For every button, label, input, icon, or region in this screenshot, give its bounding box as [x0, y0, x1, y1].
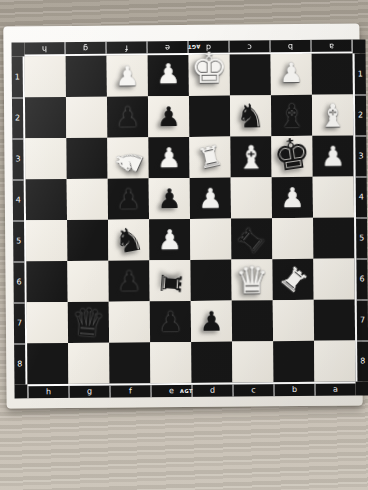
square-a4	[313, 177, 354, 218]
square-e3	[148, 137, 189, 178]
rank-label-7: 7	[357, 299, 368, 340]
square-b3	[271, 136, 312, 177]
file-label-a: a	[314, 384, 355, 396]
file-label-c: c	[229, 40, 270, 52]
square-e6	[149, 260, 190, 301]
chess-mat: AGT hgfedcba 12345678 ♟♟♚♟♟♟♞♝♝♞♟♜♝♚♟♟♟♟…	[3, 23, 362, 408]
square-b8	[273, 341, 314, 382]
square-d3	[189, 137, 230, 178]
square-d2	[189, 96, 230, 137]
square-e8	[150, 342, 191, 383]
file-label-f: f	[106, 41, 147, 53]
square-h5	[26, 220, 67, 261]
square-f1	[107, 55, 148, 96]
square-f8	[109, 342, 150, 383]
square-b1	[271, 54, 312, 95]
square-f5	[108, 219, 149, 260]
rank-label-7: 7	[14, 302, 25, 343]
square-h8	[27, 343, 68, 384]
file-label-h: h	[27, 386, 68, 398]
square-a1	[312, 54, 353, 95]
file-label-g: g	[65, 42, 106, 54]
border-corner	[355, 381, 368, 395]
square-g6	[67, 261, 108, 302]
square-c3	[230, 136, 271, 177]
rank-label-8: 8	[357, 340, 368, 381]
square-c4	[231, 177, 272, 218]
square-c7	[232, 300, 273, 341]
brand-logo-bottom: AGT	[180, 388, 193, 394]
file-label-d: d	[191, 385, 232, 397]
square-f7	[109, 301, 150, 342]
square-h3	[25, 138, 66, 179]
rank-label-2: 2	[355, 94, 366, 135]
rank-labels-right: 12345678	[353, 53, 368, 381]
square-g7	[68, 302, 109, 343]
border-corner	[14, 384, 27, 398]
square-a6	[313, 259, 354, 300]
square-c1	[230, 54, 271, 95]
rank-label-3: 3	[12, 138, 23, 179]
chess-board: AGT hgfedcba 12345678 ♟♟♚♟♟♟♞♝♝♞♟♜♝♚♟♟♟♟…	[11, 39, 368, 398]
border-corner	[352, 39, 365, 53]
square-h4	[26, 179, 67, 220]
rank-label-5: 5	[13, 220, 24, 261]
square-a8	[314, 341, 355, 382]
board-grid: ♟♟♚♟♟♟♞♝♝♞♟♜♝♚♟♟♟♟♟♞♟♜♟♜♛♜♛♟♟	[25, 54, 356, 385]
square-e4	[149, 178, 190, 219]
square-a5	[313, 218, 354, 259]
rank-label-4: 4	[13, 179, 24, 220]
square-e1	[148, 55, 189, 96]
square-b6	[272, 259, 313, 300]
square-f4	[108, 178, 149, 219]
square-d4	[190, 178, 231, 219]
square-a3	[312, 136, 353, 177]
square-d6	[190, 260, 231, 301]
square-h6	[26, 261, 67, 302]
square-h7	[27, 302, 68, 343]
square-g1	[66, 56, 107, 97]
file-label-a: a	[311, 40, 352, 52]
square-f3	[107, 137, 148, 178]
border-corner	[11, 42, 24, 56]
file-label-g: g	[68, 386, 109, 398]
square-b4	[272, 177, 313, 218]
rank-label-5: 5	[356, 217, 367, 258]
square-d5	[190, 219, 231, 260]
file-label-d: d	[188, 41, 229, 53]
file-label-h: h	[24, 42, 65, 54]
square-f2	[107, 96, 148, 137]
rank-label-2: 2	[12, 97, 23, 138]
square-b7	[273, 300, 314, 341]
file-label-e: e	[147, 41, 188, 53]
square-d7	[191, 301, 232, 342]
square-d1	[189, 55, 230, 96]
rank-label-3: 3	[355, 135, 366, 176]
square-a7	[314, 300, 355, 341]
file-label-c: c	[232, 384, 273, 396]
square-d8	[191, 342, 232, 383]
square-c2	[230, 95, 271, 136]
square-f6	[108, 260, 149, 301]
file-label-b: b	[273, 384, 314, 396]
rank-label-6: 6	[13, 261, 24, 302]
square-e2	[148, 96, 189, 137]
square-c5	[231, 218, 272, 259]
rank-label-6: 6	[356, 258, 367, 299]
rank-label-8: 8	[14, 343, 25, 384]
file-label-b: b	[270, 40, 311, 52]
square-h1	[25, 56, 66, 97]
file-labels-bottom: AGT hgfedcba	[27, 382, 355, 399]
square-h2	[25, 97, 66, 138]
square-a2	[312, 95, 353, 136]
square-c8	[232, 341, 273, 382]
square-g5	[67, 220, 108, 261]
square-e7	[150, 301, 191, 342]
square-g4	[67, 179, 108, 220]
rank-label-4: 4	[356, 176, 367, 217]
square-g2	[66, 97, 107, 138]
square-g8	[68, 343, 109, 384]
square-e5	[149, 219, 190, 260]
square-g3	[66, 138, 107, 179]
rank-label-1: 1	[355, 53, 366, 94]
square-b5	[272, 218, 313, 259]
square-b2	[271, 95, 312, 136]
rank-label-1: 1	[12, 56, 23, 97]
square-c6	[231, 259, 272, 300]
file-label-f: f	[109, 385, 150, 397]
